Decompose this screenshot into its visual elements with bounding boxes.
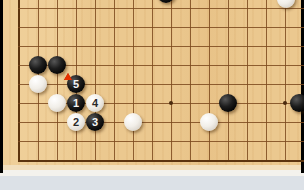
- move-number-label: 2: [67, 113, 85, 131]
- star-point: [283, 101, 287, 105]
- grid-line-vertical: [190, 0, 191, 162]
- letterbox-bar-left: [0, 0, 3, 173]
- move-number-label: 3: [86, 113, 104, 131]
- stone-black: [219, 94, 237, 112]
- stone-black: [29, 56, 47, 74]
- last-move-marker: [64, 73, 72, 80]
- stone-white: [124, 113, 142, 131]
- move-number-label: 4: [86, 94, 104, 112]
- grid-line-vertical: [152, 0, 153, 162]
- grid-line-horizontal: [18, 160, 304, 162]
- stone-white: 4: [86, 94, 104, 112]
- stone-black: [48, 56, 66, 74]
- stone-black: 3: [86, 113, 104, 131]
- grid-line-vertical: [171, 0, 172, 162]
- grid-line-vertical: [266, 0, 267, 162]
- stone-white: 2: [67, 113, 85, 131]
- stone-black: 1: [67, 94, 85, 112]
- stone-white: [48, 94, 66, 112]
- grid-line-horizontal: [18, 141, 304, 142]
- grid-line-horizontal: [18, 27, 304, 28]
- grid-line-horizontal: [18, 46, 304, 47]
- stone-white: [29, 75, 47, 93]
- grid-line-vertical: [133, 0, 134, 162]
- grid-line-horizontal: [18, 84, 304, 85]
- grid-line-vertical: [285, 0, 286, 162]
- stone-white: [200, 113, 218, 131]
- star-point: [169, 101, 173, 105]
- grid-line-vertical: [57, 0, 58, 162]
- grid-line-vertical: [18, 0, 20, 162]
- grid-line-vertical: [114, 0, 115, 162]
- grid-line-vertical: [228, 0, 229, 162]
- grid-line-vertical: [209, 0, 210, 162]
- grid-line-horizontal: [18, 8, 304, 9]
- grid-line-vertical: [95, 0, 96, 162]
- grid-line-vertical: [247, 0, 248, 162]
- grid-line-horizontal: [18, 122, 304, 123]
- stone-black: [290, 94, 304, 112]
- board-edge-white-strip: [0, 170, 304, 176]
- move-number-label: 1: [67, 94, 85, 112]
- screenshot-root: 51423: [0, 0, 304, 190]
